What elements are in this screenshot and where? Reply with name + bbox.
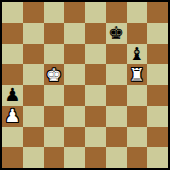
square-f4[interactable] [106, 85, 127, 106]
square-h5[interactable] [147, 64, 168, 85]
square-g4[interactable] [127, 85, 148, 106]
square-a6[interactable] [2, 44, 23, 65]
square-g5[interactable]: ♜ [127, 64, 148, 85]
square-f5[interactable] [106, 64, 127, 85]
square-e7[interactable] [85, 23, 106, 44]
square-h7[interactable] [147, 23, 168, 44]
square-b8[interactable] [23, 2, 44, 23]
square-e6[interactable] [85, 44, 106, 65]
square-a3[interactable]: ♟ [2, 106, 23, 127]
square-e8[interactable] [85, 2, 106, 23]
black-king[interactable]: ♚ [108, 24, 124, 42]
white-pawn[interactable]: ♟ [4, 107, 20, 125]
square-c1[interactable] [44, 147, 65, 168]
square-d2[interactable] [64, 127, 85, 148]
square-h6[interactable] [147, 44, 168, 65]
square-d3[interactable] [64, 106, 85, 127]
square-a1[interactable] [2, 147, 23, 168]
square-c4[interactable] [44, 85, 65, 106]
square-e3[interactable] [85, 106, 106, 127]
square-e1[interactable] [85, 147, 106, 168]
square-g1[interactable] [127, 147, 148, 168]
square-a7[interactable] [2, 23, 23, 44]
square-h2[interactable] [147, 127, 168, 148]
square-a2[interactable] [2, 127, 23, 148]
square-d7[interactable] [64, 23, 85, 44]
square-h4[interactable] [147, 85, 168, 106]
square-c6[interactable] [44, 44, 65, 65]
square-d4[interactable] [64, 85, 85, 106]
square-g6[interactable]: ♝ [127, 44, 148, 65]
black-bishop[interactable]: ♝ [129, 45, 145, 63]
square-f1[interactable] [106, 147, 127, 168]
square-b7[interactable] [23, 23, 44, 44]
square-g8[interactable] [127, 2, 148, 23]
white-rook[interactable]: ♜ [129, 66, 145, 84]
square-b5[interactable] [23, 64, 44, 85]
square-d5[interactable] [64, 64, 85, 85]
square-g2[interactable] [127, 127, 148, 148]
square-a5[interactable] [2, 64, 23, 85]
square-f6[interactable] [106, 44, 127, 65]
square-b4[interactable] [23, 85, 44, 106]
square-c3[interactable] [44, 106, 65, 127]
square-a8[interactable] [2, 2, 23, 23]
square-f7[interactable]: ♚ [106, 23, 127, 44]
square-a4[interactable]: ♟ [2, 85, 23, 106]
square-e4[interactable] [85, 85, 106, 106]
chess-board: ♚♝♚♜♟♟ [0, 0, 170, 170]
white-king[interactable]: ♚ [46, 66, 62, 84]
square-f3[interactable] [106, 106, 127, 127]
square-h3[interactable] [147, 106, 168, 127]
square-g3[interactable] [127, 106, 148, 127]
square-b6[interactable] [23, 44, 44, 65]
black-pawn[interactable]: ♟ [4, 86, 20, 104]
square-c7[interactable] [44, 23, 65, 44]
square-b3[interactable] [23, 106, 44, 127]
square-e2[interactable] [85, 127, 106, 148]
square-b1[interactable] [23, 147, 44, 168]
square-b2[interactable] [23, 127, 44, 148]
square-f8[interactable] [106, 2, 127, 23]
square-f2[interactable] [106, 127, 127, 148]
square-h1[interactable] [147, 147, 168, 168]
square-g7[interactable] [127, 23, 148, 44]
square-d6[interactable] [64, 44, 85, 65]
square-e5[interactable] [85, 64, 106, 85]
square-c8[interactable] [44, 2, 65, 23]
square-c2[interactable] [44, 127, 65, 148]
square-c5[interactable]: ♚ [44, 64, 65, 85]
square-d1[interactable] [64, 147, 85, 168]
square-h8[interactable] [147, 2, 168, 23]
square-d8[interactable] [64, 2, 85, 23]
